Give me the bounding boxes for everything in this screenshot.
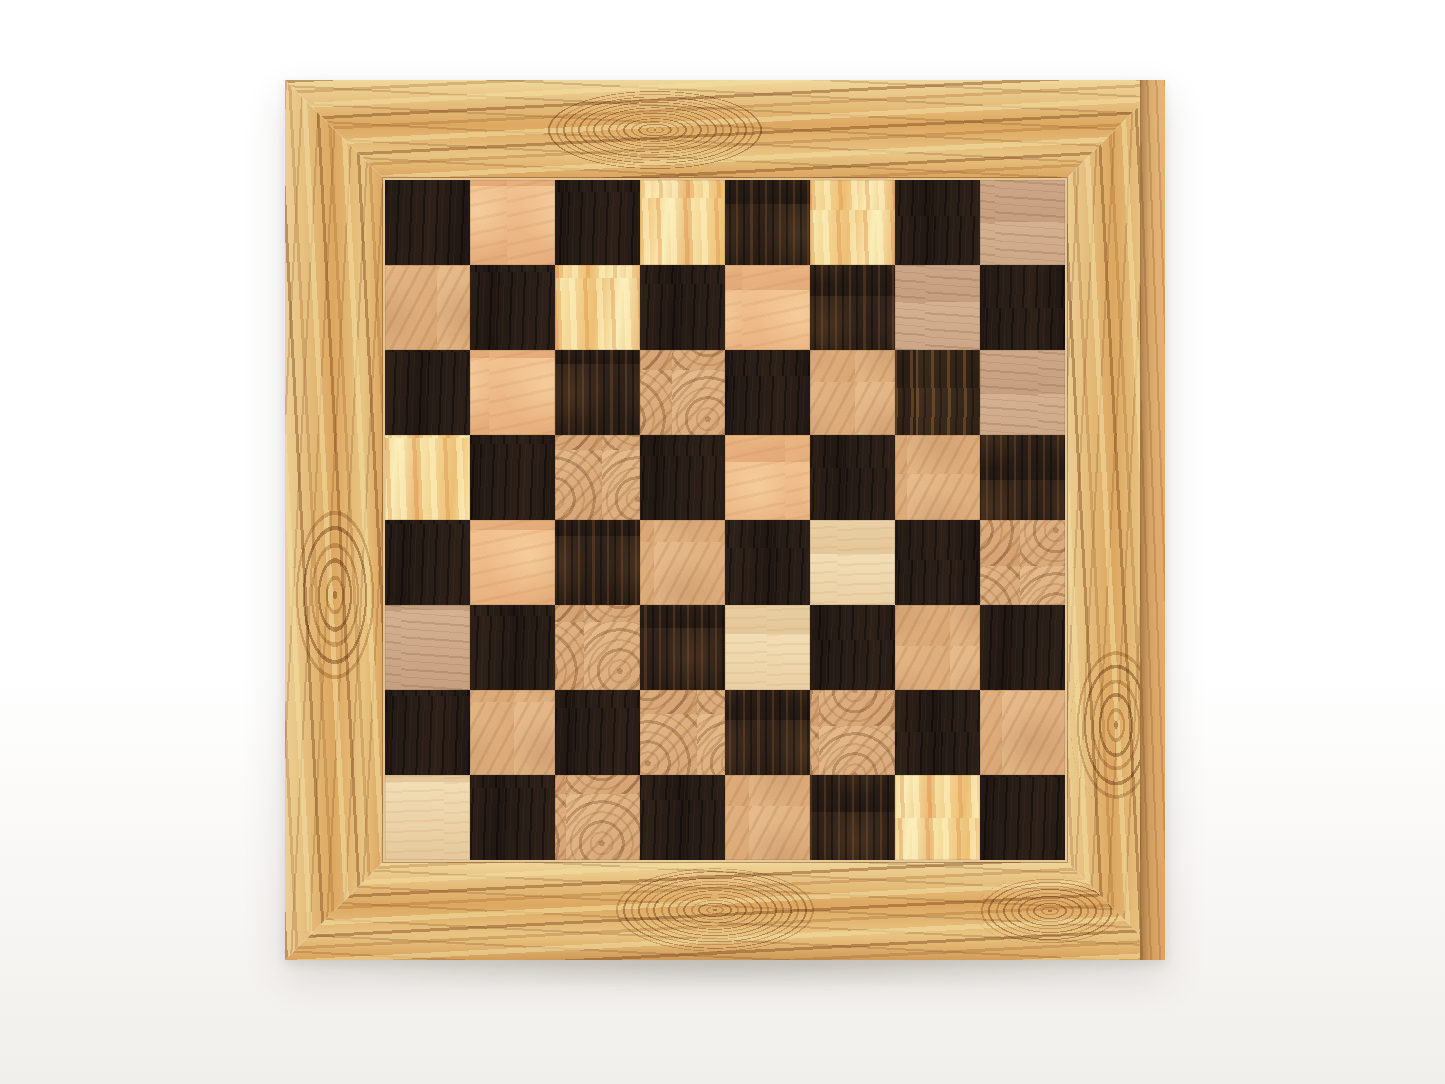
square-r1c3 <box>555 180 640 265</box>
board-shadow <box>300 944 1150 990</box>
square-r6c4 <box>640 605 725 690</box>
square-r1c7 <box>895 180 980 265</box>
square-r5c4 <box>640 520 725 605</box>
square-r5c5 <box>725 520 810 605</box>
square-r2c6 <box>810 265 895 350</box>
square-r1c8 <box>980 180 1065 265</box>
square-r4c1 <box>385 435 470 520</box>
square-r6c7 <box>895 605 980 690</box>
square-r6c2 <box>470 605 555 690</box>
square-r5c1 <box>385 520 470 605</box>
square-r8c5 <box>725 775 810 860</box>
square-r3c7 <box>895 350 980 435</box>
square-r2c3 <box>555 265 640 350</box>
square-r2c4 <box>640 265 725 350</box>
square-r8c7 <box>895 775 980 860</box>
square-r7c6 <box>810 690 895 775</box>
photo-background <box>0 0 1445 1084</box>
square-r6c5 <box>725 605 810 690</box>
square-r4c6 <box>810 435 895 520</box>
square-r4c3 <box>555 435 640 520</box>
square-r2c1 <box>385 265 470 350</box>
square-r1c5 <box>725 180 810 265</box>
square-r1c1 <box>385 180 470 265</box>
square-r7c1 <box>385 690 470 775</box>
board-right-edge-face <box>1140 80 1165 960</box>
square-r1c4 <box>640 180 725 265</box>
square-r7c8 <box>980 690 1065 775</box>
square-r8c6 <box>810 775 895 860</box>
square-r4c5 <box>725 435 810 520</box>
square-r3c6 <box>810 350 895 435</box>
square-r5c3 <box>555 520 640 605</box>
square-r3c4 <box>640 350 725 435</box>
square-r2c8 <box>980 265 1065 350</box>
square-r7c3 <box>555 690 640 775</box>
square-r2c5 <box>725 265 810 350</box>
square-r5c7 <box>895 520 980 605</box>
square-r7c7 <box>895 690 980 775</box>
board-frame-left <box>285 80 385 960</box>
square-r8c1 <box>385 775 470 860</box>
square-r7c4 <box>640 690 725 775</box>
square-r6c6 <box>810 605 895 690</box>
wood-knot <box>545 90 765 170</box>
square-r8c3 <box>555 775 640 860</box>
square-r2c2 <box>470 265 555 350</box>
square-r3c3 <box>555 350 640 435</box>
square-r6c3 <box>555 605 640 690</box>
square-r7c5 <box>725 690 810 775</box>
square-r2c7 <box>895 265 980 350</box>
square-r6c1 <box>385 605 470 690</box>
square-r3c1 <box>385 350 470 435</box>
square-r5c8 <box>980 520 1065 605</box>
board-grid <box>385 180 1065 860</box>
square-r4c7 <box>895 435 980 520</box>
square-r1c6 <box>810 180 895 265</box>
square-r7c2 <box>470 690 555 775</box>
square-r3c2 <box>470 350 555 435</box>
square-r8c2 <box>470 775 555 860</box>
wood-knot <box>291 500 379 690</box>
square-r3c5 <box>725 350 810 435</box>
board-frame-top <box>285 80 1165 180</box>
wood-knot <box>615 868 815 952</box>
square-r6c8 <box>980 605 1065 690</box>
square-r4c4 <box>640 435 725 520</box>
square-r5c6 <box>810 520 895 605</box>
chessboard <box>285 80 1165 960</box>
square-r4c8 <box>980 435 1065 520</box>
square-r1c2 <box>470 180 555 265</box>
square-r3c8 <box>980 350 1065 435</box>
square-r8c8 <box>980 775 1065 860</box>
square-r8c4 <box>640 775 725 860</box>
square-r5c2 <box>470 520 555 605</box>
square-r4c2 <box>470 435 555 520</box>
